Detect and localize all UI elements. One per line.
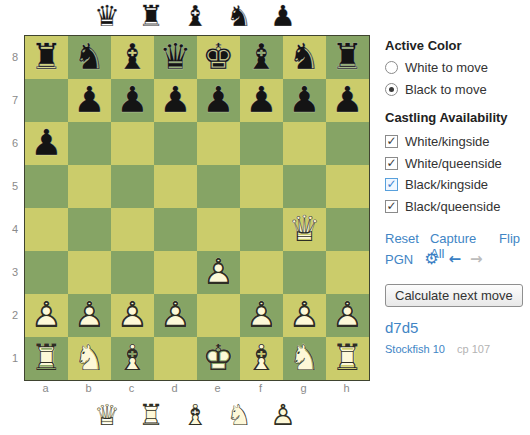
- square-f2[interactable]: [240, 294, 283, 337]
- piece-black-knight[interactable]: [68, 36, 111, 79]
- rank-label: 4: [0, 208, 18, 251]
- square-b8[interactable]: [68, 36, 111, 79]
- engine-info: Stockfish 10 cp 107: [385, 343, 490, 355]
- checkbox-label: Black/kingside: [405, 177, 488, 192]
- piece-black-queen[interactable]: [85, 0, 129, 33]
- square-e5[interactable]: [197, 165, 240, 208]
- square-h5[interactable]: [326, 165, 369, 208]
- square-g5[interactable]: [283, 165, 326, 208]
- file-label: a: [24, 382, 67, 394]
- piece-white-rook[interactable]: [129, 399, 173, 432]
- piece-white-pawn[interactable]: [111, 294, 154, 337]
- piece-white-bishop[interactable]: [240, 337, 283, 380]
- file-label: c: [110, 382, 153, 394]
- checkbox-icon: [385, 135, 398, 148]
- square-h4[interactable]: [326, 208, 369, 251]
- square-h8[interactable]: [326, 36, 369, 79]
- square-f3[interactable]: [240, 251, 283, 294]
- spare-pieces-white-tray: [85, 399, 305, 432]
- square-f7[interactable]: [240, 79, 283, 122]
- square-f6[interactable]: [240, 122, 283, 165]
- radio-label: Black to move: [405, 82, 487, 97]
- piece-white-bishop[interactable]: [173, 399, 217, 432]
- square-c6[interactable]: [111, 122, 154, 165]
- square-h1[interactable]: [326, 337, 369, 380]
- board: [24, 35, 370, 381]
- pgn-row: PGN ⚙ ← →: [385, 251, 492, 267]
- square-b1[interactable]: [68, 337, 111, 380]
- square-b6[interactable]: [68, 122, 111, 165]
- chess-position-editor: 87654321 abcdefgh Active Color White to …: [0, 0, 530, 435]
- square-e4[interactable]: [197, 208, 240, 251]
- square-e1[interactable]: [197, 337, 240, 380]
- piece-white-king[interactable]: [197, 337, 240, 380]
- square-b2[interactable]: [68, 294, 111, 337]
- piece-black-rook[interactable]: [129, 0, 173, 33]
- piece-white-knight[interactable]: [217, 399, 261, 432]
- square-d8[interactable]: [154, 36, 197, 79]
- square-c7[interactable]: [111, 79, 154, 122]
- square-a3[interactable]: [25, 251, 68, 294]
- piece-white-pawn[interactable]: [326, 294, 369, 337]
- piece-black-pawn[interactable]: [197, 79, 240, 122]
- square-e7[interactable]: [197, 79, 240, 122]
- rank-label: 6: [0, 122, 18, 165]
- square-b3[interactable]: [68, 251, 111, 294]
- piece-white-rook[interactable]: [25, 337, 68, 380]
- checkbox-white-kingside[interactable]: White/kingside: [385, 134, 490, 149]
- checkbox-label: Black/queenside: [405, 199, 500, 214]
- piece-white-knight[interactable]: [68, 337, 111, 380]
- square-d7[interactable]: [154, 79, 197, 122]
- piece-black-bishop[interactable]: [173, 0, 217, 33]
- piece-white-pawn[interactable]: [261, 399, 305, 432]
- file-label: f: [239, 382, 282, 394]
- piece-black-pawn[interactable]: [261, 0, 305, 33]
- rank-label: 8: [0, 36, 18, 79]
- square-g2[interactable]: [283, 294, 326, 337]
- square-d2[interactable]: [154, 294, 197, 337]
- square-b7[interactable]: [68, 79, 111, 122]
- square-h7[interactable]: [326, 79, 369, 122]
- calculate-next-move-button[interactable]: Calculate next move: [385, 284, 523, 307]
- engine-score: cp 107: [457, 343, 490, 355]
- engine-name-link[interactable]: Stockfish 10: [385, 343, 445, 355]
- square-g4[interactable]: [283, 208, 326, 251]
- rank-labels: 87654321: [0, 36, 18, 380]
- square-a6[interactable]: [25, 122, 68, 165]
- square-c5[interactable]: [111, 165, 154, 208]
- pgn-link[interactable]: PGN: [385, 252, 413, 267]
- file-label: e: [196, 382, 239, 394]
- square-a8[interactable]: [25, 36, 68, 79]
- square-c4[interactable]: [111, 208, 154, 251]
- rank-label: 3: [0, 251, 18, 294]
- square-d4[interactable]: [154, 208, 197, 251]
- square-e6[interactable]: [197, 122, 240, 165]
- piece-white-queen[interactable]: [85, 399, 129, 432]
- square-a4[interactable]: [25, 208, 68, 251]
- redo-arrow-icon[interactable]: →: [470, 251, 483, 267]
- piece-black-pawn[interactable]: [283, 79, 326, 122]
- square-e8[interactable]: [197, 36, 240, 79]
- piece-white-pawn[interactable]: [25, 294, 68, 337]
- square-c1[interactable]: [111, 337, 154, 380]
- piece-black-pawn[interactable]: [154, 79, 197, 122]
- flip-link[interactable]: Flip: [499, 231, 520, 261]
- square-g6[interactable]: [283, 122, 326, 165]
- square-d3[interactable]: [154, 251, 197, 294]
- piece-black-pawn[interactable]: [25, 122, 68, 165]
- piece-black-bishop[interactable]: [240, 36, 283, 79]
- square-a5[interactable]: [25, 165, 68, 208]
- spare-pieces-black-tray: [85, 0, 305, 33]
- rank-label: 5: [0, 165, 18, 208]
- square-a2[interactable]: [25, 294, 68, 337]
- square-d6[interactable]: [154, 122, 197, 165]
- piece-black-rook[interactable]: [326, 36, 369, 79]
- square-a7[interactable]: [25, 79, 68, 122]
- square-g1[interactable]: [283, 337, 326, 380]
- radio-white-to-move[interactable]: White to move: [385, 60, 488, 75]
- piece-white-knight[interactable]: [283, 337, 326, 380]
- active-color-heading: Active Color: [385, 38, 462, 53]
- piece-black-pawn[interactable]: [68, 79, 111, 122]
- rank-label: 1: [0, 337, 18, 380]
- piece-white-pawn[interactable]: [68, 294, 111, 337]
- piece-white-rook[interactable]: [326, 337, 369, 380]
- piece-white-pawn[interactable]: [154, 294, 197, 337]
- rank-label: 2: [0, 294, 18, 337]
- engine-move-result[interactable]: d7d5: [385, 319, 418, 336]
- square-g8[interactable]: [283, 36, 326, 79]
- square-d1[interactable]: [154, 337, 197, 380]
- square-g3[interactable]: [283, 251, 326, 294]
- square-d5[interactable]: [154, 165, 197, 208]
- piece-black-king[interactable]: [197, 36, 240, 79]
- square-f8[interactable]: [240, 36, 283, 79]
- piece-white-pawn[interactable]: [283, 294, 326, 337]
- settings-panel: Active Color White to move Black to move…: [385, 0, 530, 435]
- square-f1[interactable]: [240, 337, 283, 380]
- piece-black-queen[interactable]: [154, 36, 197, 79]
- checkbox-icon: [385, 157, 398, 170]
- radio-black-to-move[interactable]: Black to move: [385, 82, 487, 97]
- piece-black-knight[interactable]: [283, 36, 326, 79]
- square-a1[interactable]: [25, 337, 68, 380]
- piece-white-pawn[interactable]: [197, 251, 240, 294]
- square-c2[interactable]: [111, 294, 154, 337]
- piece-black-knight[interactable]: [217, 0, 261, 33]
- piece-black-pawn[interactable]: [240, 79, 283, 122]
- checkbox-label: White/queenside: [405, 156, 502, 171]
- radio-icon: [385, 83, 398, 96]
- piece-black-bishop[interactable]: [111, 36, 154, 79]
- file-label: d: [153, 382, 196, 394]
- square-b5[interactable]: [68, 165, 111, 208]
- checkbox-white-queenside[interactable]: White/queenside: [385, 156, 502, 171]
- square-b4[interactable]: [68, 208, 111, 251]
- checkbox-black-kingside[interactable]: Black/kingside: [385, 177, 488, 192]
- square-g7[interactable]: [283, 79, 326, 122]
- checkbox-icon: [385, 200, 398, 213]
- piece-black-rook[interactable]: [25, 36, 68, 79]
- radio-label: White to move: [405, 60, 488, 75]
- castling-heading: Castling Availability: [385, 110, 508, 125]
- piece-white-pawn[interactable]: [240, 294, 283, 337]
- piece-white-queen[interactable]: [283, 208, 326, 251]
- checkbox-icon: [385, 178, 398, 191]
- rank-label: 7: [0, 79, 18, 122]
- file-label: b: [67, 382, 110, 394]
- file-label: g: [282, 382, 325, 394]
- file-labels: abcdefgh: [24, 382, 368, 394]
- radio-icon: [385, 61, 398, 74]
- square-h2[interactable]: [326, 294, 369, 337]
- square-h3[interactable]: [326, 251, 369, 294]
- square-f4[interactable]: [240, 208, 283, 251]
- checkbox-black-queenside[interactable]: Black/queenside: [385, 199, 500, 214]
- undo-arrow-icon[interactable]: ←: [449, 251, 462, 267]
- square-f5[interactable]: [240, 165, 283, 208]
- gear-icon[interactable]: ⚙: [424, 251, 438, 267]
- checkbox-label: White/kingside: [405, 134, 490, 149]
- square-e2[interactable]: [197, 294, 240, 337]
- square-h6[interactable]: [326, 122, 369, 165]
- square-c3[interactable]: [111, 251, 154, 294]
- piece-black-pawn[interactable]: [111, 79, 154, 122]
- square-c8[interactable]: [111, 36, 154, 79]
- square-e3[interactable]: [197, 251, 240, 294]
- file-label: h: [325, 382, 368, 394]
- piece-white-bishop[interactable]: [111, 337, 154, 380]
- piece-black-pawn[interactable]: [326, 79, 369, 122]
